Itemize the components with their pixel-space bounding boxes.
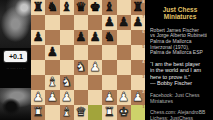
square-d5[interactable]: [74, 45, 88, 60]
game-info: Robert James Fischervs Jorge Alberto Rub…: [150, 27, 210, 56]
square-h6[interactable]: 6: [131, 30, 145, 45]
text-line: Palma de Mallorca ESP: [150, 49, 210, 55]
piece-white-king: ♚: [118, 106, 129, 119]
text-line: Miniatures: [150, 98, 210, 104]
square-a6[interactable]: ♟: [31, 30, 45, 45]
square-a1[interactable]: ♜: [31, 105, 45, 120]
square-h8[interactable]: ♜8: [131, 0, 145, 15]
square-c2[interactable]: ♟: [60, 90, 74, 105]
square-c5[interactable]: [60, 45, 74, 60]
piece-black-pawn: ♟: [33, 31, 44, 44]
left-strip: +0.1 ·· ···· · ·· ··: [0, 0, 31, 120]
piece-black-knight: ♞: [47, 1, 58, 14]
square-a7[interactable]: [31, 15, 45, 30]
piece-black-pawn: ♟: [75, 31, 86, 44]
piece-black-queen: ♛: [75, 1, 86, 14]
rank-label: 4: [142, 60, 144, 64]
square-e1[interactable]: [88, 105, 102, 120]
square-e3[interactable]: [88, 75, 102, 90]
evaluation-block: +0.1 ·· ···· · ·· ··: [0, 48, 31, 88]
square-b3[interactable]: ♝: [45, 75, 59, 90]
square-g4[interactable]: [117, 60, 131, 75]
piece-white-knight: ♞: [75, 61, 86, 74]
piece-black-pawn: ♟: [47, 46, 58, 59]
piece-white-pawn: ♟: [33, 91, 44, 104]
fischer-portrait-photo: [0, 0, 31, 48]
piece-white-pawn: ♟: [118, 91, 129, 104]
piece-white-queen: ♛: [75, 106, 86, 119]
text-line: in the world and I am: [150, 67, 210, 73]
square-h1[interactable]: 1: [131, 105, 145, 120]
chesscom-lichess-handles: Chess.com: AlejandroBBLichess: JustChess…: [150, 109, 210, 120]
square-d6[interactable]: ♟: [74, 30, 88, 45]
piece-white-rook: ♜: [33, 106, 44, 119]
square-f7[interactable]: ♟: [102, 15, 116, 30]
square-a2[interactable]: ♟: [31, 90, 45, 105]
square-g1[interactable]: ♚: [117, 105, 131, 120]
piece-black-bishop: ♝: [104, 1, 115, 14]
square-c6[interactable]: [60, 30, 74, 45]
piece-white-pawn: ♟: [47, 91, 58, 104]
rank-label: 1: [142, 105, 144, 109]
square-c4[interactable]: [60, 60, 74, 75]
square-c1[interactable]: ♝: [60, 105, 74, 120]
square-f3[interactable]: [102, 75, 116, 90]
square-d8[interactable]: ♛: [74, 0, 88, 15]
square-a4[interactable]: [31, 60, 45, 75]
eval-caption: ·· ···· · ·· ··: [0, 66, 31, 73]
square-g8[interactable]: [117, 0, 131, 15]
eval-value: +0.1: [8, 52, 22, 60]
square-f5[interactable]: [102, 45, 116, 60]
text-line: Chess.com: AlejandroBB: [150, 109, 210, 115]
square-b5[interactable]: ♟: [45, 45, 59, 60]
rank-label: 7: [142, 15, 144, 19]
square-f1[interactable]: ♜: [102, 105, 116, 120]
square-a8[interactable]: ♜: [31, 0, 45, 15]
square-e8[interactable]: ♚: [88, 0, 102, 15]
rank-label: 3: [142, 75, 144, 79]
square-d1[interactable]: ♛: [74, 105, 88, 120]
square-f2[interactable]: ♟: [102, 90, 116, 105]
square-d7[interactable]: [74, 15, 88, 30]
square-g7[interactable]: ♟: [117, 15, 131, 30]
rank-label: 5: [142, 45, 144, 49]
square-h4[interactable]: 4: [131, 60, 145, 75]
square-c7[interactable]: [60, 15, 74, 30]
square-d3[interactable]: [74, 75, 88, 90]
square-d4[interactable]: ♞: [74, 60, 88, 75]
text-line: — Bobby Fischer: [150, 79, 210, 85]
text-line: Lichess: JustChess: [150, 115, 210, 120]
square-e2[interactable]: [88, 90, 102, 105]
square-g5[interactable]: [117, 45, 131, 60]
square-c3[interactable]: ♞: [60, 75, 74, 90]
piece-white-rook: ♜: [104, 106, 115, 119]
square-h5[interactable]: 5: [131, 45, 145, 60]
right-panel: Just Chess Miniatures Robert James Fisch…: [145, 0, 213, 120]
piece-white-knight: ♞: [61, 76, 72, 89]
square-b8[interactable]: ♞: [45, 0, 59, 15]
channel-title-line2: Miniatures: [150, 13, 210, 20]
fischer-quote: “I am the best playerin the world and I …: [150, 61, 210, 87]
video-thumbnail: +0.1 ·· ···· · ·· ·· ♜♞♝♛♚♝♜8♟♟♟7♟♟♟♞6♟5…: [0, 0, 213, 120]
chess-board: ♜♞♝♛♚♝♜8♟♟♟7♟♟♟♞6♟5♞♟4♝♞3♟♟♟♟♟♟2♜♝♛♜♚1: [31, 0, 145, 120]
piece-black-knight: ♞: [104, 31, 115, 44]
piece-white-bishop: ♝: [61, 106, 72, 119]
piece-white-pawn: ♟: [90, 61, 101, 74]
fischer-playing-photo: [0, 88, 31, 120]
square-d2[interactable]: [74, 90, 88, 105]
piece-black-rook: ♜: [33, 1, 44, 14]
square-e4[interactable]: ♟: [88, 60, 102, 75]
square-b4[interactable]: [45, 60, 59, 75]
piece-black-pawn: ♟: [90, 31, 101, 44]
square-f8[interactable]: ♝: [102, 0, 116, 15]
square-h3[interactable]: 3: [131, 75, 145, 90]
square-h7[interactable]: ♟7: [131, 15, 145, 30]
square-g2[interactable]: ♟: [117, 90, 131, 105]
square-a5[interactable]: [31, 45, 45, 60]
square-b2[interactable]: ♟: [45, 90, 59, 105]
rank-label: 8: [142, 0, 144, 4]
piece-black-bishop: ♝: [61, 1, 72, 14]
facebook-handle: Facebook: Just ChessMiniatures: [150, 92, 210, 105]
square-e6[interactable]: ♟: [88, 30, 102, 45]
piece-white-bishop: ♝: [47, 76, 58, 89]
channel-title: Just Chess Miniatures: [150, 6, 210, 23]
square-h2[interactable]: ♟2: [131, 90, 145, 105]
piece-black-pawn: ♟: [104, 16, 115, 29]
square-g3[interactable]: [117, 75, 131, 90]
square-f6[interactable]: ♞: [102, 30, 116, 45]
eval-badge: +0.1: [4, 51, 27, 62]
square-a3[interactable]: [31, 75, 45, 90]
piece-white-pawn: ♟: [104, 91, 115, 104]
square-e7[interactable]: [88, 15, 102, 30]
piece-white-pawn: ♟: [61, 91, 72, 104]
square-e5[interactable]: [88, 45, 102, 60]
square-f4[interactable]: [102, 60, 116, 75]
square-b6[interactable]: [45, 30, 59, 45]
rank-label: 2: [142, 90, 144, 94]
piece-black-pawn: ♟: [118, 16, 129, 29]
square-b7[interactable]: [45, 15, 59, 30]
piece-black-king: ♚: [90, 1, 101, 14]
rank-label: 6: [142, 30, 144, 34]
square-c8[interactable]: ♝: [60, 0, 74, 15]
square-g6[interactable]: [117, 30, 131, 45]
square-b1[interactable]: [45, 105, 59, 120]
